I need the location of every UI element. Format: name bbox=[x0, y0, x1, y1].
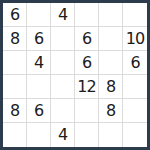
cell-r2c5[interactable] bbox=[99, 27, 123, 51]
cell-r3c2[interactable]: 4 bbox=[27, 51, 51, 75]
cell-r5c4[interactable] bbox=[75, 99, 99, 123]
cell-r3c6[interactable]: 6 bbox=[123, 51, 147, 75]
cell-r3c3[interactable] bbox=[51, 51, 75, 75]
cell-r1c6[interactable] bbox=[123, 3, 147, 27]
cell-r2c3[interactable] bbox=[51, 27, 75, 51]
cell-r6c3[interactable]: 4 bbox=[51, 123, 75, 147]
cell-r5c2[interactable]: 6 bbox=[27, 99, 51, 123]
cell-r3c1[interactable] bbox=[3, 51, 27, 75]
cell-r1c4[interactable] bbox=[75, 3, 99, 27]
cell-r2c4[interactable]: 6 bbox=[75, 27, 99, 51]
cell-r3c4[interactable]: 6 bbox=[75, 51, 99, 75]
cell-r5c1[interactable]: 8 bbox=[3, 99, 27, 123]
cell-r6c5[interactable] bbox=[99, 123, 123, 147]
cell-r1c5[interactable] bbox=[99, 3, 123, 27]
cell-r2c6[interactable]: 10 bbox=[123, 27, 147, 51]
cell-r1c1[interactable]: 6 bbox=[3, 3, 27, 27]
cell-r4c6[interactable] bbox=[123, 75, 147, 99]
cell-r3c5[interactable] bbox=[99, 51, 123, 75]
cell-r4c3[interactable] bbox=[51, 75, 75, 99]
cell-r6c4[interactable] bbox=[75, 123, 99, 147]
cell-r4c4[interactable]: 12 bbox=[75, 75, 99, 99]
cell-r1c2[interactable] bbox=[27, 3, 51, 27]
cell-r5c5[interactable]: 8 bbox=[99, 99, 123, 123]
cell-r1c3[interactable]: 4 bbox=[51, 3, 75, 27]
cell-r5c6[interactable] bbox=[123, 99, 147, 123]
cell-r6c2[interactable] bbox=[27, 123, 51, 147]
cell-r2c2[interactable]: 6 bbox=[27, 27, 51, 51]
puzzle-board: 6 4 8 6 6 10 4 6 6 12 8 8 6 8 4 bbox=[0, 0, 150, 150]
cell-r2c1[interactable]: 8 bbox=[3, 27, 27, 51]
cell-r4c5[interactable]: 8 bbox=[99, 75, 123, 99]
cell-r4c1[interactable] bbox=[3, 75, 27, 99]
cell-r4c2[interactable] bbox=[27, 75, 51, 99]
cell-r6c1[interactable] bbox=[3, 123, 27, 147]
cell-r5c3[interactable] bbox=[51, 99, 75, 123]
cell-r6c6[interactable] bbox=[123, 123, 147, 147]
